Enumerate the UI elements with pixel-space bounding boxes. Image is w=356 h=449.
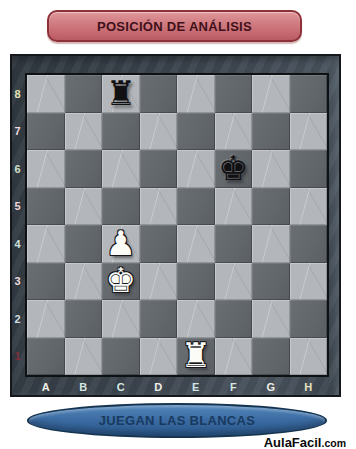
file-label-h: H: [290, 377, 328, 397]
square-a6[interactable]: [27, 150, 65, 188]
square-g8[interactable]: [252, 75, 290, 113]
square-d1[interactable]: [140, 338, 178, 376]
square-e2[interactable]: [177, 300, 215, 338]
file-label-c: C: [102, 377, 140, 397]
square-e1[interactable]: ♜: [177, 338, 215, 376]
square-g1[interactable]: [252, 338, 290, 376]
file-label-d: D: [140, 377, 178, 397]
black-rook-c8[interactable]: ♜: [106, 76, 136, 110]
square-e7[interactable]: [177, 113, 215, 151]
square-b7[interactable]: [65, 113, 103, 151]
square-f2[interactable]: [215, 300, 253, 338]
file-label-f: F: [215, 377, 253, 397]
square-f1[interactable]: [215, 338, 253, 376]
square-h6[interactable]: [290, 150, 328, 188]
square-h7[interactable]: [290, 113, 328, 151]
square-b2[interactable]: [65, 300, 103, 338]
square-h4[interactable]: [290, 225, 328, 263]
square-b8[interactable]: [65, 75, 103, 113]
aulafacil-logo[interactable]: AulaFacil.com: [264, 433, 346, 449]
turn-label: JUEGAN LAS BLANCAS: [99, 413, 255, 428]
rank-label-4: 4: [10, 225, 25, 263]
square-c5[interactable]: [102, 188, 140, 226]
file-label-a: A: [27, 377, 65, 397]
rank-labels: 87654321: [10, 75, 25, 375]
square-b4[interactable]: [65, 225, 103, 263]
square-d6[interactable]: [140, 150, 178, 188]
square-f5[interactable]: [215, 188, 253, 226]
square-b6[interactable]: [65, 150, 103, 188]
square-d4[interactable]: [140, 225, 178, 263]
page: POSICIÓN DE ANÁLISIS 87654321 ♜♚♟♚♜ ABCD…: [0, 0, 356, 449]
square-g6[interactable]: [252, 150, 290, 188]
square-c7[interactable]: [102, 113, 140, 151]
white-rook-e1[interactable]: ♜: [181, 338, 211, 372]
square-h5[interactable]: [290, 188, 328, 226]
square-c1[interactable]: [102, 338, 140, 376]
rank-label-2: 2: [10, 300, 25, 338]
square-d3[interactable]: [140, 263, 178, 301]
square-b5[interactable]: [65, 188, 103, 226]
file-labels: ABCDEFGH: [27, 377, 327, 397]
square-h3[interactable]: [290, 263, 328, 301]
rank-label-7: 7: [10, 113, 25, 151]
square-d2[interactable]: [140, 300, 178, 338]
square-a8[interactable]: [27, 75, 65, 113]
analysis-title-banner: POSICIÓN DE ANÁLISIS: [47, 10, 302, 42]
square-e6[interactable]: [177, 150, 215, 188]
rank-label-5: 5: [10, 188, 25, 226]
square-e4[interactable]: [177, 225, 215, 263]
square-e3[interactable]: [177, 263, 215, 301]
square-d8[interactable]: [140, 75, 178, 113]
square-g7[interactable]: [252, 113, 290, 151]
square-c4[interactable]: ♟: [102, 225, 140, 263]
aulafacil-logo-name: AulaFacil: [264, 435, 322, 449]
square-a4[interactable]: [27, 225, 65, 263]
square-f4[interactable]: [215, 225, 253, 263]
rank-label-8: 8: [10, 75, 25, 113]
rank-label-1: 1: [10, 338, 25, 376]
square-a7[interactable]: [27, 113, 65, 151]
square-a3[interactable]: [27, 263, 65, 301]
square-a1[interactable]: [27, 338, 65, 376]
square-g5[interactable]: [252, 188, 290, 226]
square-c2[interactable]: [102, 300, 140, 338]
square-f7[interactable]: [215, 113, 253, 151]
square-h2[interactable]: [290, 300, 328, 338]
square-c6[interactable]: [102, 150, 140, 188]
aulafacil-logo-suffix: .com: [321, 437, 346, 449]
square-a5[interactable]: [27, 188, 65, 226]
rank-label-3: 3: [10, 263, 25, 301]
file-label-e: E: [177, 377, 215, 397]
square-e8[interactable]: [177, 75, 215, 113]
square-d5[interactable]: [140, 188, 178, 226]
square-g3[interactable]: [252, 263, 290, 301]
analysis-title-label: POSICIÓN DE ANÁLISIS: [97, 19, 252, 34]
square-g4[interactable]: [252, 225, 290, 263]
square-c8[interactable]: ♜: [102, 75, 140, 113]
rank-label-6: 6: [10, 150, 25, 188]
white-king-c3[interactable]: ♚: [106, 263, 136, 297]
square-h8[interactable]: [290, 75, 328, 113]
square-f6[interactable]: ♚: [215, 150, 253, 188]
square-d7[interactable]: [140, 113, 178, 151]
square-c3[interactable]: ♚: [102, 263, 140, 301]
square-h1[interactable]: [290, 338, 328, 376]
square-b1[interactable]: [65, 338, 103, 376]
chess-board: ♜♚♟♚♜: [25, 73, 329, 377]
square-f8[interactable]: [215, 75, 253, 113]
square-e5[interactable]: [177, 188, 215, 226]
square-g2[interactable]: [252, 300, 290, 338]
file-label-b: B: [65, 377, 103, 397]
file-label-g: G: [252, 377, 290, 397]
square-b3[interactable]: [65, 263, 103, 301]
square-a2[interactable]: [27, 300, 65, 338]
white-pawn-c4[interactable]: ♟: [106, 226, 136, 260]
black-king-f6[interactable]: ♚: [218, 151, 248, 185]
square-f3[interactable]: [215, 263, 253, 301]
board-grid: ♜♚♟♚♜: [27, 75, 327, 375]
